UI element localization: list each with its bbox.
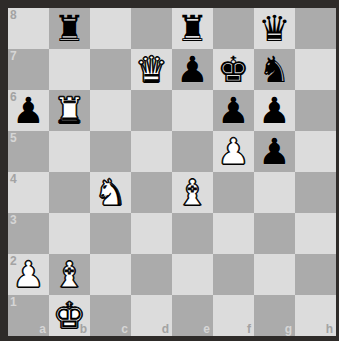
square-g3[interactable] <box>254 213 295 254</box>
square-b1[interactable]: b♚ <box>49 295 90 336</box>
piece-black-pawn-f6[interactable]: ♟ <box>213 90 254 131</box>
square-d6[interactable] <box>131 90 172 131</box>
square-h7[interactable] <box>295 49 336 90</box>
square-e8[interactable]: ♜ <box>172 8 213 49</box>
piece-black-pawn-g5[interactable]: ♟ <box>254 131 295 172</box>
piece-black-pawn-e7[interactable]: ♟ <box>172 49 213 90</box>
square-f8[interactable] <box>213 8 254 49</box>
square-a3[interactable]: 3 <box>8 213 49 254</box>
square-f3[interactable] <box>213 213 254 254</box>
square-g1[interactable]: g <box>254 295 295 336</box>
rank-label-5: 5 <box>10 132 17 144</box>
square-d1[interactable]: d <box>131 295 172 336</box>
square-c3[interactable] <box>90 213 131 254</box>
square-f2[interactable] <box>213 254 254 295</box>
rank-label-4: 4 <box>10 173 17 185</box>
piece-black-queen-g8[interactable]: ♛ <box>254 8 295 49</box>
square-g4[interactable] <box>254 172 295 213</box>
square-g5[interactable]: ♟ <box>254 131 295 172</box>
piece-black-pawn-a6[interactable]: ♟ <box>8 90 49 131</box>
square-d2[interactable] <box>131 254 172 295</box>
square-e6[interactable] <box>172 90 213 131</box>
square-a2[interactable]: 2♟ <box>8 254 49 295</box>
square-e4[interactable]: ♝ <box>172 172 213 213</box>
square-c8[interactable] <box>90 8 131 49</box>
square-e7[interactable]: ♟ <box>172 49 213 90</box>
square-a7[interactable]: 7 <box>8 49 49 90</box>
square-f7[interactable]: ♚ <box>213 49 254 90</box>
square-e1[interactable]: e <box>172 295 213 336</box>
square-h4[interactable] <box>295 172 336 213</box>
square-b5[interactable] <box>49 131 90 172</box>
rank-label-7: 7 <box>10 50 17 62</box>
square-a5[interactable]: 5 <box>8 131 49 172</box>
square-d8[interactable] <box>131 8 172 49</box>
file-label-h: h <box>326 323 333 335</box>
rank-label-1: 1 <box>10 296 17 308</box>
piece-white-king-b1[interactable]: ♚ <box>49 295 90 336</box>
square-c4[interactable]: ♞ <box>90 172 131 213</box>
square-h6[interactable] <box>295 90 336 131</box>
square-b4[interactable] <box>49 172 90 213</box>
square-e5[interactable] <box>172 131 213 172</box>
file-label-c: c <box>121 323 128 335</box>
square-f4[interactable] <box>213 172 254 213</box>
square-d4[interactable] <box>131 172 172 213</box>
square-a6[interactable]: 6♟ <box>8 90 49 131</box>
square-g2[interactable] <box>254 254 295 295</box>
rank-label-3: 3 <box>10 214 17 226</box>
square-a4[interactable]: 4 <box>8 172 49 213</box>
square-b2[interactable]: ♝ <box>49 254 90 295</box>
square-c6[interactable] <box>90 90 131 131</box>
square-b6[interactable]: ♜ <box>49 90 90 131</box>
piece-white-rook-b6[interactable]: ♜ <box>49 90 90 131</box>
piece-white-bishop-b2[interactable]: ♝ <box>49 254 90 295</box>
square-b8[interactable]: ♜ <box>49 8 90 49</box>
chess-board: 8♜♜♛7♛♟♚♞6♟♜♟♟5♟♟4♞♝32♟♝1ab♚cdefgh <box>8 8 336 336</box>
piece-white-pawn-f5[interactable]: ♟ <box>213 131 254 172</box>
square-c7[interactable] <box>90 49 131 90</box>
chess-board-frame: 8♜♜♛7♛♟♚♞6♟♜♟♟5♟♟4♞♝32♟♝1ab♚cdefgh <box>0 0 339 341</box>
square-d5[interactable] <box>131 131 172 172</box>
square-b7[interactable] <box>49 49 90 90</box>
square-g7[interactable]: ♞ <box>254 49 295 90</box>
square-h3[interactable] <box>295 213 336 254</box>
file-label-g: g <box>285 323 292 335</box>
file-label-e: e <box>203 323 210 335</box>
square-b3[interactable] <box>49 213 90 254</box>
square-g6[interactable]: ♟ <box>254 90 295 131</box>
square-d3[interactable] <box>131 213 172 254</box>
piece-black-knight-g7[interactable]: ♞ <box>254 49 295 90</box>
square-c5[interactable] <box>90 131 131 172</box>
square-e3[interactable] <box>172 213 213 254</box>
square-f1[interactable]: f <box>213 295 254 336</box>
file-label-a: a <box>39 323 46 335</box>
square-g8[interactable]: ♛ <box>254 8 295 49</box>
piece-white-knight-c4[interactable]: ♞ <box>90 172 131 213</box>
square-f6[interactable]: ♟ <box>213 90 254 131</box>
piece-black-rook-e8[interactable]: ♜ <box>172 8 213 49</box>
square-d7[interactable]: ♛ <box>131 49 172 90</box>
file-label-d: d <box>162 323 169 335</box>
square-h2[interactable] <box>295 254 336 295</box>
square-c1[interactable]: c <box>90 295 131 336</box>
square-h8[interactable] <box>295 8 336 49</box>
file-label-f: f <box>247 323 251 335</box>
square-e2[interactable] <box>172 254 213 295</box>
piece-white-pawn-a2[interactable]: ♟ <box>8 254 49 295</box>
square-f5[interactable]: ♟ <box>213 131 254 172</box>
square-a8[interactable]: 8 <box>8 8 49 49</box>
square-c2[interactable] <box>90 254 131 295</box>
piece-white-bishop-e4[interactable]: ♝ <box>172 172 213 213</box>
square-h1[interactable]: h <box>295 295 336 336</box>
rank-label-8: 8 <box>10 9 17 21</box>
piece-white-queen-d7[interactable]: ♛ <box>131 49 172 90</box>
piece-black-pawn-g6[interactable]: ♟ <box>254 90 295 131</box>
piece-black-rook-b8[interactable]: ♜ <box>49 8 90 49</box>
piece-black-king-f7[interactable]: ♚ <box>213 49 254 90</box>
square-h5[interactable] <box>295 131 336 172</box>
square-a1[interactable]: 1a <box>8 295 49 336</box>
